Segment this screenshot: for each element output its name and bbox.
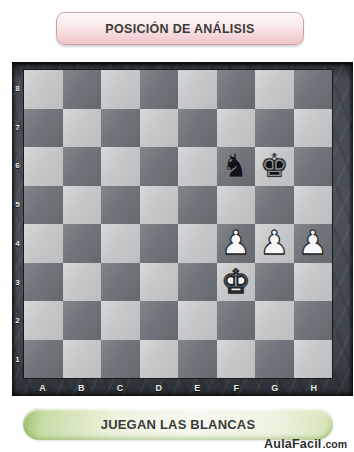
square-f2[interactable] — [217, 301, 256, 340]
square-h8[interactable] — [294, 70, 333, 109]
brand-suffix: .com — [322, 438, 347, 450]
file-label-g: G — [256, 380, 295, 395]
site-credit: AulaFacil .com — [264, 437, 347, 451]
black-king-g6[interactable]: ♚ — [259, 147, 289, 185]
file-label-c: C — [101, 380, 140, 395]
square-f7[interactable] — [217, 109, 256, 148]
page-title: POSICIÓN DE ANÁLISIS — [105, 22, 254, 36]
white-pawn-h4[interactable]: ♟ — [298, 224, 328, 262]
square-b7[interactable] — [63, 109, 102, 148]
square-g2[interactable] — [255, 301, 294, 340]
rank-label-5: 5 — [12, 185, 23, 224]
white-pawn-g4[interactable]: ♟ — [259, 224, 289, 262]
rank-label-6: 6 — [12, 147, 23, 186]
rank-label-7: 7 — [12, 108, 23, 147]
title-banner: POSICIÓN DE ANÁLISIS — [56, 12, 304, 45]
white-king-f3[interactable]: ♚ — [221, 263, 251, 301]
rank-label-8: 8 — [12, 69, 23, 108]
square-b8[interactable] — [63, 70, 102, 109]
square-e3[interactable] — [178, 263, 217, 302]
square-d3[interactable] — [140, 263, 179, 302]
square-a2[interactable] — [24, 301, 63, 340]
square-c8[interactable] — [101, 70, 140, 109]
file-label-a: A — [23, 380, 62, 395]
chess-board-frame: 87654321 ♞♚♟♟♟♚ ABCDEFGH — [12, 62, 353, 396]
square-c6[interactable] — [101, 147, 140, 186]
square-b2[interactable] — [63, 301, 102, 340]
square-c1[interactable] — [101, 340, 140, 379]
square-e7[interactable] — [178, 109, 217, 148]
square-d5[interactable] — [140, 186, 179, 225]
square-g8[interactable] — [255, 70, 294, 109]
square-a4[interactable] — [24, 224, 63, 263]
square-e2[interactable] — [178, 301, 217, 340]
rank-label-2: 2 — [12, 302, 23, 341]
file-label-d: D — [139, 380, 178, 395]
square-b4[interactable] — [63, 224, 102, 263]
square-h2[interactable] — [294, 301, 333, 340]
square-h1[interactable] — [294, 340, 333, 379]
square-c7[interactable] — [101, 109, 140, 148]
rank-labels: 87654321 — [12, 69, 23, 379]
square-h7[interactable] — [294, 109, 333, 148]
square-a5[interactable] — [24, 186, 63, 225]
file-label-f: F — [217, 380, 256, 395]
brand-name: AulaFacil — [264, 437, 321, 451]
square-h4[interactable]: ♟ — [294, 224, 333, 263]
rank-label-3: 3 — [12, 263, 23, 302]
square-g5[interactable] — [255, 186, 294, 225]
square-h6[interactable] — [294, 147, 333, 186]
rank-label-1: 1 — [12, 340, 23, 379]
file-label-h: H — [294, 380, 333, 395]
file-label-b: B — [62, 380, 101, 395]
square-d7[interactable] — [140, 109, 179, 148]
square-e6[interactable] — [178, 147, 217, 186]
square-h3[interactable] — [294, 263, 333, 302]
rank-label-4: 4 — [12, 224, 23, 263]
square-d6[interactable] — [140, 147, 179, 186]
square-e8[interactable] — [178, 70, 217, 109]
file-labels: ABCDEFGH — [23, 380, 333, 395]
square-a1[interactable] — [24, 340, 63, 379]
square-a8[interactable] — [24, 70, 63, 109]
square-d1[interactable] — [140, 340, 179, 379]
turn-label: JUEGAN LAS BLANCAS — [101, 417, 256, 432]
turn-banner: JUEGAN LAS BLANCAS — [23, 408, 333, 440]
square-g7[interactable] — [255, 109, 294, 148]
square-e1[interactable] — [178, 340, 217, 379]
square-c2[interactable] — [101, 301, 140, 340]
square-f3[interactable]: ♚ — [217, 263, 256, 302]
square-f8[interactable] — [217, 70, 256, 109]
square-e4[interactable] — [178, 224, 217, 263]
square-e5[interactable] — [178, 186, 217, 225]
square-g6[interactable]: ♚ — [255, 147, 294, 186]
square-f6[interactable]: ♞ — [217, 147, 256, 186]
square-a3[interactable] — [24, 263, 63, 302]
square-f1[interactable] — [217, 340, 256, 379]
square-c5[interactable] — [101, 186, 140, 225]
square-c4[interactable] — [101, 224, 140, 263]
square-a6[interactable] — [24, 147, 63, 186]
white-pawn-f4[interactable]: ♟ — [221, 224, 251, 262]
black-knight-f6[interactable]: ♞ — [221, 147, 251, 185]
chess-board[interactable]: ♞♚♟♟♟♚ — [23, 69, 333, 379]
square-g3[interactable] — [255, 263, 294, 302]
square-h5[interactable] — [294, 186, 333, 225]
square-b6[interactable] — [63, 147, 102, 186]
square-d8[interactable] — [140, 70, 179, 109]
square-b3[interactable] — [63, 263, 102, 302]
square-b1[interactable] — [63, 340, 102, 379]
square-g4[interactable]: ♟ — [255, 224, 294, 263]
square-f4[interactable]: ♟ — [217, 224, 256, 263]
square-d4[interactable] — [140, 224, 179, 263]
square-d2[interactable] — [140, 301, 179, 340]
square-c3[interactable] — [101, 263, 140, 302]
file-label-e: E — [178, 380, 217, 395]
page: POSICIÓN DE ANÁLISIS 87654321 ♞♚♟♟♟♚ ABC… — [0, 0, 354, 452]
square-a7[interactable] — [24, 109, 63, 148]
square-b5[interactable] — [63, 186, 102, 225]
square-g1[interactable] — [255, 340, 294, 379]
square-f5[interactable] — [217, 186, 256, 225]
